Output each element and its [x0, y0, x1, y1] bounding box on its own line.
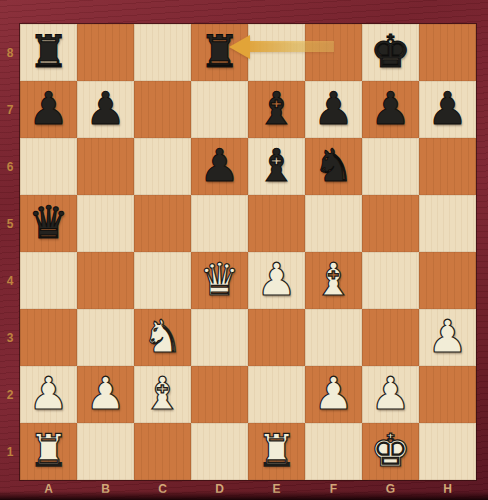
square-g3[interactable]	[362, 309, 419, 366]
file-labels: ABCDEFGH	[20, 480, 476, 500]
file-label-g: G	[362, 480, 419, 500]
square-b2[interactable]: ♟	[77, 366, 134, 423]
file-label-c: C	[134, 480, 191, 500]
square-g1[interactable]: ♚	[362, 423, 419, 480]
piece-white-king: ♚	[370, 428, 410, 473]
square-d6[interactable]: ♟	[191, 138, 248, 195]
square-g2[interactable]: ♟	[362, 366, 419, 423]
piece-black-rook: ♜	[28, 29, 68, 74]
square-a6[interactable]	[20, 138, 77, 195]
piece-white-queen: ♛	[199, 257, 239, 302]
square-d1[interactable]	[191, 423, 248, 480]
piece-white-bishop: ♝	[313, 257, 353, 302]
piece-white-rook: ♜	[28, 428, 68, 473]
piece-black-king: ♚	[370, 29, 410, 74]
piece-white-pawn: ♟	[370, 371, 410, 416]
square-d3[interactable]	[191, 309, 248, 366]
square-h3[interactable]: ♟	[419, 309, 476, 366]
square-f4[interactable]: ♝	[305, 252, 362, 309]
square-c6[interactable]	[134, 138, 191, 195]
square-g8[interactable]: ♚	[362, 24, 419, 81]
piece-black-pawn: ♟	[199, 143, 239, 188]
square-h7[interactable]: ♟	[419, 81, 476, 138]
square-h8[interactable]	[419, 24, 476, 81]
square-h2[interactable]	[419, 366, 476, 423]
piece-white-bishop: ♝	[142, 371, 182, 416]
board-frame: 87654321 ♜♜♚♟♟♝♟♟♟♟♝♞♛♛♟♝♞♟♟♟♝♟♟♜♜♚ ABCD…	[0, 0, 488, 500]
square-a7[interactable]: ♟	[20, 81, 77, 138]
square-d7[interactable]	[191, 81, 248, 138]
square-a1[interactable]: ♜	[20, 423, 77, 480]
rank-label-5: 5	[0, 195, 20, 252]
square-a2[interactable]: ♟	[20, 366, 77, 423]
square-a5[interactable]: ♛	[20, 195, 77, 252]
square-f7[interactable]: ♟	[305, 81, 362, 138]
file-label-b: B	[77, 480, 134, 500]
piece-white-pawn: ♟	[427, 314, 467, 359]
square-e1[interactable]: ♜	[248, 423, 305, 480]
square-f2[interactable]: ♟	[305, 366, 362, 423]
piece-black-pawn: ♟	[313, 86, 353, 131]
square-d2[interactable]	[191, 366, 248, 423]
square-g6[interactable]	[362, 138, 419, 195]
square-h5[interactable]	[419, 195, 476, 252]
square-c2[interactable]: ♝	[134, 366, 191, 423]
piece-black-pawn: ♟	[370, 86, 410, 131]
square-h6[interactable]	[419, 138, 476, 195]
square-e8[interactable]	[248, 24, 305, 81]
square-f5[interactable]	[305, 195, 362, 252]
square-b5[interactable]	[77, 195, 134, 252]
rank-label-6: 6	[0, 138, 20, 195]
square-f8[interactable]	[305, 24, 362, 81]
rank-label-3: 3	[0, 309, 20, 366]
square-e7[interactable]: ♝	[248, 81, 305, 138]
rank-label-7: 7	[0, 81, 20, 138]
rank-label-8: 8	[0, 24, 20, 81]
file-label-d: D	[191, 480, 248, 500]
piece-white-pawn: ♟	[85, 371, 125, 416]
square-f6[interactable]: ♞	[305, 138, 362, 195]
square-b8[interactable]	[77, 24, 134, 81]
square-b4[interactable]	[77, 252, 134, 309]
file-label-h: H	[419, 480, 476, 500]
rank-label-1: 1	[0, 423, 20, 480]
piece-black-bishop: ♝	[256, 143, 296, 188]
piece-white-knight: ♞	[142, 314, 182, 359]
square-f1[interactable]	[305, 423, 362, 480]
piece-white-pawn: ♟	[256, 257, 296, 302]
piece-white-rook: ♜	[256, 428, 296, 473]
piece-black-pawn: ♟	[427, 86, 467, 131]
square-d4[interactable]: ♛	[191, 252, 248, 309]
piece-black-pawn: ♟	[28, 86, 68, 131]
square-e5[interactable]	[248, 195, 305, 252]
piece-white-pawn: ♟	[28, 371, 68, 416]
piece-black-pawn: ♟	[85, 86, 125, 131]
piece-black-knight: ♞	[313, 143, 353, 188]
square-b7[interactable]: ♟	[77, 81, 134, 138]
square-c7[interactable]	[134, 81, 191, 138]
square-c1[interactable]	[134, 423, 191, 480]
rank-labels: 87654321	[0, 24, 20, 480]
square-c3[interactable]: ♞	[134, 309, 191, 366]
square-e6[interactable]: ♝	[248, 138, 305, 195]
square-b3[interactable]	[77, 309, 134, 366]
square-g5[interactable]	[362, 195, 419, 252]
square-d8[interactable]: ♜	[191, 24, 248, 81]
file-label-a: A	[20, 480, 77, 500]
rank-label-2: 2	[0, 366, 20, 423]
rank-label-4: 4	[0, 252, 20, 309]
square-e3[interactable]	[248, 309, 305, 366]
square-g7[interactable]: ♟	[362, 81, 419, 138]
square-c4[interactable]	[134, 252, 191, 309]
chess-board: ♜♜♚♟♟♝♟♟♟♟♝♞♛♛♟♝♞♟♟♟♝♟♟♜♜♚	[20, 24, 476, 480]
file-label-f: F	[305, 480, 362, 500]
square-e2[interactable]	[248, 366, 305, 423]
file-label-e: E	[248, 480, 305, 500]
square-e4[interactable]: ♟	[248, 252, 305, 309]
square-a4[interactable]	[20, 252, 77, 309]
square-c5[interactable]	[134, 195, 191, 252]
square-f3[interactable]	[305, 309, 362, 366]
square-h1[interactable]	[419, 423, 476, 480]
square-d5[interactable]	[191, 195, 248, 252]
square-b1[interactable]	[77, 423, 134, 480]
piece-black-queen: ♛	[28, 200, 68, 245]
piece-black-bishop: ♝	[256, 86, 296, 131]
square-g4[interactable]	[362, 252, 419, 309]
square-b6[interactable]	[77, 138, 134, 195]
square-h4[interactable]	[419, 252, 476, 309]
square-c8[interactable]	[134, 24, 191, 81]
square-a8[interactable]: ♜	[20, 24, 77, 81]
square-a3[interactable]	[20, 309, 77, 366]
piece-white-pawn: ♟	[313, 371, 353, 416]
piece-black-rook: ♜	[199, 29, 239, 74]
